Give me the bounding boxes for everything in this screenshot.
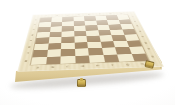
rank-label-3: 3 — [28, 27, 37, 32]
square-a8[interactable] — [30, 57, 46, 65]
chessboard: abcdefgh abcdefgh 12345678 12345678 — [17, 11, 164, 72]
square-f8[interactable] — [102, 54, 118, 62]
brass-clasp-icon — [77, 79, 86, 87]
file-label-d: d — [75, 64, 90, 68]
board-scene: abcdefgh abcdefgh 12345678 12345678 — [0, 0, 175, 105]
rank-label-2: 2 — [30, 22, 38, 27]
file-label-g: g — [119, 62, 135, 66]
file-label-e: e — [89, 64, 105, 68]
photo-background: abcdefgh abcdefgh 12345678 12345678 — [0, 0, 175, 105]
rank-label-7: 7 — [22, 50, 33, 57]
file-label-b: b — [44, 65, 59, 69]
rank-label-4: 4 — [27, 32, 36, 38]
square-c8[interactable] — [60, 56, 75, 64]
board-grid — [30, 15, 148, 65]
rank-label-8: 8 — [20, 57, 31, 65]
file-label-f: f — [104, 63, 120, 67]
file-label-c: c — [59, 65, 74, 69]
rank-label-5: 5 — [25, 38, 35, 44]
file-label-a: a — [29, 66, 45, 70]
square-d8[interactable] — [74, 55, 89, 63]
square-b8[interactable] — [45, 56, 60, 64]
rank-label-6: 6 — [24, 44, 34, 51]
rank-label-1: 1 — [31, 18, 39, 23]
square-e8[interactable] — [88, 55, 104, 63]
